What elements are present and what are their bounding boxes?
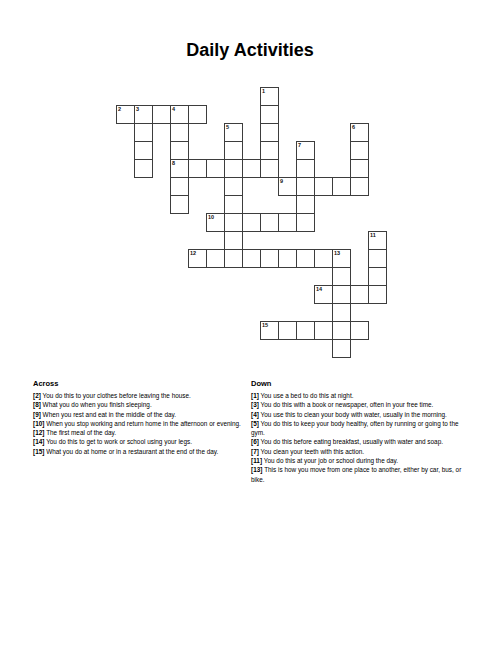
grid-cell-r7c10[interactable]	[296, 213, 315, 232]
crossword-grid: 123456789101112131415	[116, 87, 387, 358]
clue-number-13: 13	[334, 250, 340, 256]
clue-number-5: 5	[226, 124, 229, 130]
grid-cell-r7c9[interactable]	[278, 213, 297, 232]
clue-5: [5] You do this to keep your body health…	[251, 419, 472, 438]
grid-cell-r9c6[interactable]	[224, 249, 243, 268]
grid-cell-r4c4[interactable]	[188, 159, 207, 178]
grid-cell-r4c1[interactable]	[134, 159, 153, 178]
grid-cell-r12c12[interactable]	[332, 303, 351, 322]
grid-cell-r11c12[interactable]	[332, 285, 351, 304]
grid-cell-r3c8[interactable]	[260, 141, 279, 160]
across-header: Across	[33, 379, 247, 388]
clue-number-14: 14	[316, 286, 322, 292]
grid-cell-r4c13[interactable]	[350, 159, 369, 178]
grid-cell-r6c6[interactable]	[224, 195, 243, 214]
clue-number-7: 7	[298, 142, 301, 148]
across-clues-section: Across [2] You do this to your clothes b…	[33, 379, 247, 456]
grid-cell-r9c10[interactable]	[296, 249, 315, 268]
clue-number-3: 3	[136, 106, 139, 112]
grid-cell-r11c11[interactable]: 14	[314, 285, 333, 304]
down-header: Down	[251, 379, 472, 388]
grid-cell-r5c13[interactable]	[350, 177, 369, 196]
grid-cell-r11c13[interactable]	[350, 285, 369, 304]
clue-number-9: 9	[280, 178, 283, 184]
clue-8: [8] What you do when you finish sleeping…	[33, 400, 247, 409]
grid-cell-r10c14[interactable]	[368, 267, 387, 286]
grid-cell-r6c3[interactable]	[170, 195, 189, 214]
grid-cell-r9c14[interactable]	[368, 249, 387, 268]
grid-cell-r1c4[interactable]	[188, 105, 207, 124]
grid-cell-r10c12[interactable]	[332, 267, 351, 286]
grid-cell-r2c6[interactable]: 5	[224, 123, 243, 142]
grid-cell-r0c8[interactable]: 1	[260, 87, 279, 106]
grid-cell-r5c6[interactable]	[224, 177, 243, 196]
grid-cell-r7c6[interactable]	[224, 213, 243, 232]
grid-cell-r13c9[interactable]	[278, 321, 297, 340]
clue-number-12: 12	[190, 250, 196, 256]
clue-number-15: 15	[262, 322, 268, 328]
clue-9: [9] When you rest and eat in the middle …	[33, 410, 247, 419]
grid-cell-r3c1[interactable]	[134, 141, 153, 160]
clue-number-2: 2	[118, 106, 121, 112]
clue-number-4: 4	[172, 106, 175, 112]
grid-cell-r4c7[interactable]	[242, 159, 261, 178]
grid-cell-r8c14[interactable]: 11	[368, 231, 387, 250]
grid-cell-r1c1[interactable]: 3	[134, 105, 153, 124]
puzzle-title: Daily Activities	[0, 40, 500, 61]
grid-cell-r4c8[interactable]	[260, 159, 279, 178]
grid-cell-r13c13[interactable]	[350, 321, 369, 340]
grid-cell-r4c6[interactable]	[224, 159, 243, 178]
clue-7: [7] You clean your teeth with this actio…	[251, 447, 472, 456]
grid-cell-r5c12[interactable]	[332, 177, 351, 196]
grid-cell-r9c9[interactable]	[278, 249, 297, 268]
grid-cell-r9c7[interactable]	[242, 249, 261, 268]
clue-10: [10] When you stop working and return ho…	[33, 419, 247, 428]
grid-cell-r13c11[interactable]	[314, 321, 333, 340]
grid-cell-r7c8[interactable]	[260, 213, 279, 232]
clue-12: [12] The first meal of the day.	[33, 428, 247, 437]
grid-cell-r13c8[interactable]: 15	[260, 321, 279, 340]
grid-cell-r5c11[interactable]	[314, 177, 333, 196]
grid-cell-r1c0[interactable]: 2	[116, 105, 135, 124]
grid-cell-r9c5[interactable]	[206, 249, 225, 268]
grid-cell-r9c4[interactable]: 12	[188, 249, 207, 268]
clue-number-1: 1	[262, 88, 265, 94]
grid-cell-r7c7[interactable]	[242, 213, 261, 232]
grid-cell-r5c10[interactable]	[296, 177, 315, 196]
clue-3: [3] You do this with a book or newspaper…	[251, 400, 472, 409]
clue-13: [13] This is how you move from one place…	[251, 465, 472, 484]
grid-cell-r3c3[interactable]	[170, 141, 189, 160]
grid-cell-r4c5[interactable]	[206, 159, 225, 178]
clue-11: [11] You do this at your job or school d…	[251, 456, 472, 465]
clue-4: [4] You use this to clean your body with…	[251, 410, 472, 419]
grid-cell-r2c3[interactable]	[170, 123, 189, 142]
grid-cell-r9c11[interactable]	[314, 249, 333, 268]
grid-cell-r3c13[interactable]	[350, 141, 369, 160]
clue-1: [1] You use a bed to do this at night.	[251, 391, 472, 400]
clue-14: [14] You do this to get to work or schoo…	[33, 437, 247, 446]
grid-cell-r7c5[interactable]: 10	[206, 213, 225, 232]
down-clues-section: Down [1] You use a bed to do this at nig…	[251, 379, 472, 484]
grid-cell-r1c8[interactable]	[260, 105, 279, 124]
across-clue-list: [2] You do this to your clothes before l…	[33, 391, 247, 456]
clue-number-6: 6	[352, 124, 355, 130]
grid-cell-r5c9[interactable]: 9	[278, 177, 297, 196]
grid-cell-r8c6[interactable]	[224, 231, 243, 250]
clue-15: [15] What you do at home or in a restaur…	[33, 447, 247, 456]
grid-cell-r11c14[interactable]	[368, 285, 387, 304]
grid-cell-r1c3[interactable]: 4	[170, 105, 189, 124]
grid-cell-r2c8[interactable]	[260, 123, 279, 142]
grid-cell-r2c1[interactable]	[134, 123, 153, 142]
grid-cell-r13c12[interactable]	[332, 321, 351, 340]
clue-number-8: 8	[172, 160, 175, 166]
clue-6: [6] You do this before eating breakfast,…	[251, 437, 472, 446]
grid-cell-r9c8[interactable]	[260, 249, 279, 268]
clue-number-10: 10	[208, 214, 214, 220]
down-clue-list: [1] You use a bed to do this at night.[3…	[251, 391, 472, 484]
grid-cell-r2c13[interactable]: 6	[350, 123, 369, 142]
grid-cell-r4c10[interactable]	[296, 159, 315, 178]
grid-cell-r1c2[interactable]	[152, 105, 171, 124]
puzzle-page: Daily Activities 123456789101112131415 A…	[0, 0, 500, 647]
clue-number-11: 11	[370, 232, 376, 238]
grid-cell-r3c10[interactable]: 7	[296, 141, 315, 160]
grid-cell-r13c10[interactable]	[296, 321, 315, 340]
clue-2: [2] You do this to your clothes before l…	[33, 391, 247, 400]
grid-cell-r14c12[interactable]	[332, 339, 351, 358]
grid-cell-r6c10[interactable]	[296, 195, 315, 214]
grid-cell-r4c3[interactable]: 8	[170, 159, 189, 178]
grid-cell-r5c3[interactable]	[170, 177, 189, 196]
grid-cell-r3c6[interactable]	[224, 141, 243, 160]
grid-cell-r9c12[interactable]: 13	[332, 249, 351, 268]
